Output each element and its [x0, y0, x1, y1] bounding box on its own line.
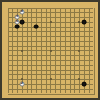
star-point	[50, 78, 52, 80]
move-number-label: 6	[16, 20, 18, 23]
star-point	[50, 50, 52, 52]
black-stone[interactable]	[82, 19, 87, 24]
star-point	[50, 21, 52, 23]
screenshot: 8462	[0, 0, 100, 100]
black-stone[interactable]	[34, 24, 39, 29]
white-stone[interactable]: 2	[19, 82, 24, 87]
go-board[interactable]: 8462	[0, 0, 100, 100]
black-stone[interactable]	[82, 82, 87, 87]
black-stone[interactable]	[19, 19, 24, 24]
board-cell[interactable]	[89, 89, 94, 94]
move-number-label: 2	[21, 82, 23, 85]
star-point	[78, 21, 80, 23]
star-point	[21, 50, 23, 52]
star-point	[21, 78, 23, 80]
white-stone[interactable]: 8	[19, 10, 24, 15]
move-number-label: 4	[16, 15, 18, 18]
go-grid[interactable]: 8462	[8, 8, 95, 95]
star-point	[78, 50, 80, 52]
move-number-label: 8	[21, 10, 23, 13]
black-stone[interactable]	[15, 24, 20, 29]
star-point	[78, 78, 80, 80]
